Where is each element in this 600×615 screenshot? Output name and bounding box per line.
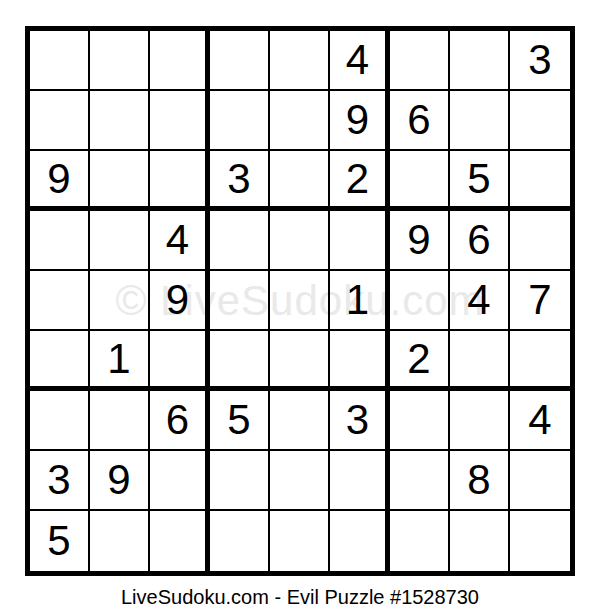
cell-r7c7[interactable] <box>390 391 450 451</box>
cell-r5c6[interactable]: 1 <box>330 271 390 331</box>
cell-r2c8[interactable] <box>450 91 510 151</box>
cell-r5c7[interactable] <box>390 271 450 331</box>
cell-r3c7[interactable] <box>390 151 450 211</box>
cell-r7c8[interactable] <box>450 391 510 451</box>
cell-r8c8[interactable]: 8 <box>450 451 510 511</box>
cell-r3c3[interactable] <box>150 151 210 211</box>
cell-r2c5[interactable] <box>270 91 330 151</box>
cell-r9c5[interactable] <box>270 511 330 571</box>
cell-r8c4[interactable] <box>210 451 270 511</box>
cell-r4c2[interactable] <box>90 211 150 271</box>
cell-r5c4[interactable] <box>210 271 270 331</box>
cell-r8c6[interactable] <box>330 451 390 511</box>
cell-r4c7[interactable]: 9 <box>390 211 450 271</box>
cell-r6c4[interactable] <box>210 331 270 391</box>
sudoku-board: © LiveSudoku.com 43969325496914712653439… <box>25 26 575 576</box>
cell-r5c1[interactable] <box>30 271 90 331</box>
cell-r6c3[interactable] <box>150 331 210 391</box>
cell-r3c2[interactable] <box>90 151 150 211</box>
cell-r2c7[interactable]: 6 <box>390 91 450 151</box>
cell-r9c2[interactable] <box>90 511 150 571</box>
cell-r5c2[interactable] <box>90 271 150 331</box>
cell-r2c1[interactable] <box>30 91 90 151</box>
sudoku-grid: 4396932549691471265343985 <box>30 31 570 571</box>
cell-r4c1[interactable] <box>30 211 90 271</box>
cell-r1c2[interactable] <box>90 31 150 91</box>
cell-r9c6[interactable] <box>330 511 390 571</box>
cell-r1c7[interactable] <box>390 31 450 91</box>
cell-r1c8[interactable] <box>450 31 510 91</box>
cell-r6c7[interactable]: 2 <box>390 331 450 391</box>
cell-r1c5[interactable] <box>270 31 330 91</box>
cell-r7c3[interactable]: 6 <box>150 391 210 451</box>
cell-r6c6[interactable] <box>330 331 390 391</box>
cell-r5c9[interactable]: 7 <box>510 271 570 331</box>
cell-r3c5[interactable] <box>270 151 330 211</box>
cell-r9c3[interactable] <box>150 511 210 571</box>
cell-r9c7[interactable] <box>390 511 450 571</box>
cell-r2c4[interactable] <box>210 91 270 151</box>
cell-r4c6[interactable] <box>330 211 390 271</box>
cell-r6c5[interactable] <box>270 331 330 391</box>
cell-r2c9[interactable] <box>510 91 570 151</box>
cell-r4c8[interactable]: 6 <box>450 211 510 271</box>
cell-r6c2[interactable]: 1 <box>90 331 150 391</box>
cell-r1c1[interactable] <box>30 31 90 91</box>
cell-r7c4[interactable]: 5 <box>210 391 270 451</box>
cell-r1c3[interactable] <box>150 31 210 91</box>
cell-r7c9[interactable]: 4 <box>510 391 570 451</box>
cell-r9c8[interactable] <box>450 511 510 571</box>
cell-r4c4[interactable] <box>210 211 270 271</box>
cell-r8c9[interactable] <box>510 451 570 511</box>
cell-r7c5[interactable] <box>270 391 330 451</box>
cell-r9c9[interactable] <box>510 511 570 571</box>
sudoku-page: © LiveSudoku.com 43969325496914712653439… <box>0 0 600 615</box>
cell-r5c5[interactable] <box>270 271 330 331</box>
cell-r6c9[interactable] <box>510 331 570 391</box>
cell-r8c7[interactable] <box>390 451 450 511</box>
puzzle-caption: LiveSudoku.com - Evil Puzzle #1528730 <box>0 586 600 609</box>
cell-r5c8[interactable]: 4 <box>450 271 510 331</box>
cell-r4c9[interactable] <box>510 211 570 271</box>
cell-r2c2[interactable] <box>90 91 150 151</box>
cell-r3c1[interactable]: 9 <box>30 151 90 211</box>
cell-r3c8[interactable]: 5 <box>450 151 510 211</box>
cell-r6c1[interactable] <box>30 331 90 391</box>
cell-r8c2[interactable]: 9 <box>90 451 150 511</box>
cell-r3c9[interactable] <box>510 151 570 211</box>
cell-r1c4[interactable] <box>210 31 270 91</box>
cell-r1c9[interactable]: 3 <box>510 31 570 91</box>
cell-r2c6[interactable]: 9 <box>330 91 390 151</box>
cell-r3c4[interactable]: 3 <box>210 151 270 211</box>
cell-r1c6[interactable]: 4 <box>330 31 390 91</box>
cell-r8c1[interactable]: 3 <box>30 451 90 511</box>
cell-r5c3[interactable]: 9 <box>150 271 210 331</box>
cell-r8c3[interactable] <box>150 451 210 511</box>
cell-r9c1[interactable]: 5 <box>30 511 90 571</box>
cell-r8c5[interactable] <box>270 451 330 511</box>
cell-r2c3[interactable] <box>150 91 210 151</box>
cell-r4c3[interactable]: 4 <box>150 211 210 271</box>
cell-r9c4[interactable] <box>210 511 270 571</box>
cell-r7c2[interactable] <box>90 391 150 451</box>
cell-r3c6[interactable]: 2 <box>330 151 390 211</box>
cell-r4c5[interactable] <box>270 211 330 271</box>
cell-r7c6[interactable]: 3 <box>330 391 390 451</box>
cell-r6c8[interactable] <box>450 331 510 391</box>
cell-r7c1[interactable] <box>30 391 90 451</box>
